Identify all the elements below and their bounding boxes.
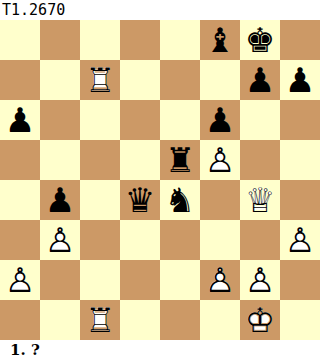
black-pawn-icon: ♟: [40, 180, 80, 220]
square-h3[interactable]: ♟♙: [280, 220, 320, 260]
square-a3[interactable]: [0, 220, 40, 260]
piece-black-rook[interactable]: ♜: [160, 140, 200, 180]
black-pawn-icon: ♟: [200, 100, 240, 140]
square-d1[interactable]: [120, 300, 160, 340]
square-a8[interactable]: [0, 20, 40, 60]
square-f7[interactable]: [200, 60, 240, 100]
square-h5[interactable]: [280, 140, 320, 180]
square-g6[interactable]: [240, 100, 280, 140]
square-b2[interactable]: [40, 260, 80, 300]
piece-black-pawn[interactable]: ♟: [240, 60, 280, 100]
square-f6[interactable]: ♟: [200, 100, 240, 140]
piece-black-pawn[interactable]: ♟: [280, 60, 320, 100]
title-bar: T1.2670: [0, 0, 320, 20]
square-c8[interactable]: [80, 20, 120, 60]
square-b6[interactable]: [40, 100, 80, 140]
square-f8[interactable]: ♝: [200, 20, 240, 60]
white-pawn-icon: ♙: [40, 220, 80, 260]
piece-white-king[interactable]: ♚♔: [240, 300, 280, 340]
square-f3[interactable]: [200, 220, 240, 260]
black-pawn-icon: ♟: [240, 60, 280, 100]
piece-white-pawn[interactable]: ♟♙: [0, 260, 40, 300]
square-e7[interactable]: [160, 60, 200, 100]
square-g2[interactable]: ♟♙: [240, 260, 280, 300]
white-king-icon: ♔: [240, 300, 280, 340]
square-d7[interactable]: [120, 60, 160, 100]
square-c6[interactable]: [80, 100, 120, 140]
white-rook-icon: ♖: [80, 300, 120, 340]
piece-white-pawn[interactable]: ♟♙: [200, 140, 240, 180]
piece-white-queen[interactable]: ♛♕: [240, 180, 280, 220]
piece-white-rook[interactable]: ♜♖: [80, 60, 120, 100]
white-pawn-icon: ♙: [200, 140, 240, 180]
square-d4[interactable]: ♛: [120, 180, 160, 220]
square-g7[interactable]: ♟: [240, 60, 280, 100]
square-e5[interactable]: ♜: [160, 140, 200, 180]
black-bishop-icon: ♝: [200, 20, 240, 60]
piece-white-pawn[interactable]: ♟♙: [40, 220, 80, 260]
square-d8[interactable]: [120, 20, 160, 60]
square-c4[interactable]: [80, 180, 120, 220]
square-a1[interactable]: [0, 300, 40, 340]
square-h6[interactable]: [280, 100, 320, 140]
piece-black-bishop[interactable]: ♝: [200, 20, 240, 60]
black-queen-icon: ♛: [120, 180, 160, 220]
square-c5[interactable]: [80, 140, 120, 180]
square-h7[interactable]: ♟: [280, 60, 320, 100]
white-pawn-icon: ♙: [200, 260, 240, 300]
square-g4[interactable]: ♛♕: [240, 180, 280, 220]
square-c7[interactable]: ♜♖: [80, 60, 120, 100]
move-prompt: 1. ?: [10, 341, 40, 359]
square-d3[interactable]: [120, 220, 160, 260]
square-f4[interactable]: [200, 180, 240, 220]
white-pawn-icon: ♙: [240, 260, 280, 300]
square-b3[interactable]: ♟♙: [40, 220, 80, 260]
piece-white-pawn[interactable]: ♟♙: [280, 220, 320, 260]
square-g5[interactable]: [240, 140, 280, 180]
square-f1[interactable]: [200, 300, 240, 340]
black-king-icon: ♚: [240, 20, 280, 60]
square-e6[interactable]: [160, 100, 200, 140]
white-rook-icon: ♖: [80, 60, 120, 100]
square-g8[interactable]: ♚: [240, 20, 280, 60]
status-bar: 1. ?: [0, 340, 320, 360]
square-e4[interactable]: ♞: [160, 180, 200, 220]
square-c1[interactable]: ♜♖: [80, 300, 120, 340]
square-b8[interactable]: [40, 20, 80, 60]
black-rook-icon: ♜: [160, 140, 200, 180]
square-e1[interactable]: [160, 300, 200, 340]
black-pawn-icon: ♟: [280, 60, 320, 100]
square-e2[interactable]: [160, 260, 200, 300]
square-c2[interactable]: [80, 260, 120, 300]
piece-black-pawn[interactable]: ♟: [0, 100, 40, 140]
piece-black-knight[interactable]: ♞: [160, 180, 200, 220]
square-d5[interactable]: [120, 140, 160, 180]
square-b1[interactable]: [40, 300, 80, 340]
black-pawn-icon: ♟: [0, 100, 40, 140]
piece-black-pawn[interactable]: ♟: [200, 100, 240, 140]
white-pawn-icon: ♙: [0, 260, 40, 300]
white-queen-icon: ♕: [240, 180, 280, 220]
piece-white-rook[interactable]: ♜♖: [80, 300, 120, 340]
square-e8[interactable]: [160, 20, 200, 60]
black-knight-icon: ♞: [160, 180, 200, 220]
square-c3[interactable]: [80, 220, 120, 260]
square-g3[interactable]: [240, 220, 280, 260]
puzzle-id: T1.2670: [2, 1, 65, 19]
square-b5[interactable]: [40, 140, 80, 180]
square-a5[interactable]: [0, 140, 40, 180]
chess-board[interactable]: ♝♚♜♖♟♟♟♟♜♟♙♟♛♞♛♕♟♙♟♙♟♙♟♙♟♙♜♖♚♔: [0, 20, 320, 340]
piece-black-king[interactable]: ♚: [240, 20, 280, 60]
square-d6[interactable]: [120, 100, 160, 140]
square-b7[interactable]: [40, 60, 80, 100]
square-h4[interactable]: [280, 180, 320, 220]
square-b4[interactable]: ♟: [40, 180, 80, 220]
square-h2[interactable]: [280, 260, 320, 300]
square-d2[interactable]: [120, 260, 160, 300]
square-f2[interactable]: ♟♙: [200, 260, 240, 300]
square-a2[interactable]: ♟♙: [0, 260, 40, 300]
piece-white-pawn[interactable]: ♟♙: [240, 260, 280, 300]
square-h8[interactable]: [280, 20, 320, 60]
white-pawn-icon: ♙: [280, 220, 320, 260]
piece-white-pawn[interactable]: ♟♙: [200, 260, 240, 300]
square-g1[interactable]: ♚♔: [240, 300, 280, 340]
square-a4[interactable]: [0, 180, 40, 220]
piece-black-queen[interactable]: ♛: [120, 180, 160, 220]
square-e3[interactable]: [160, 220, 200, 260]
square-f5[interactable]: ♟♙: [200, 140, 240, 180]
square-h1[interactable]: [280, 300, 320, 340]
square-a7[interactable]: [0, 60, 40, 100]
piece-black-pawn[interactable]: ♟: [40, 180, 80, 220]
square-a6[interactable]: ♟: [0, 100, 40, 140]
